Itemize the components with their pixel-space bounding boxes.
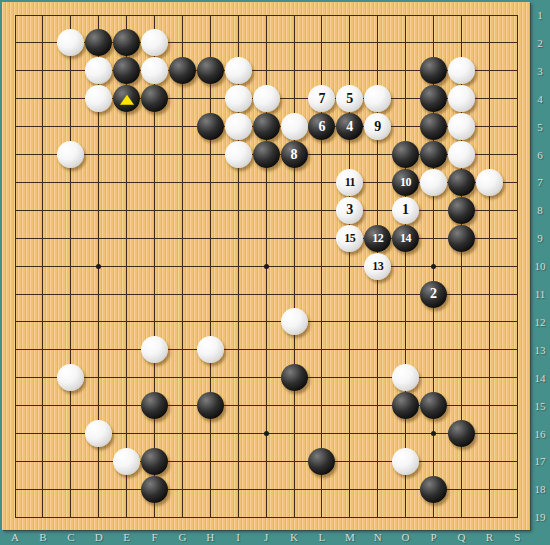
stone-black bbox=[308, 448, 335, 475]
triangle-mark bbox=[120, 94, 134, 104]
stone-white: 1 bbox=[392, 197, 419, 224]
stone-black bbox=[113, 85, 140, 112]
move-number: 14 bbox=[400, 232, 411, 244]
stone-black bbox=[392, 392, 419, 419]
move-number: 9 bbox=[374, 119, 381, 133]
stone-black bbox=[253, 141, 280, 168]
stone-black: 14 bbox=[392, 225, 419, 252]
move-number: 12 bbox=[372, 232, 383, 244]
stone-white bbox=[85, 420, 112, 447]
column-label: H bbox=[200, 530, 220, 545]
row-label: 4 bbox=[531, 92, 549, 106]
stone-white bbox=[253, 85, 280, 112]
stone-black bbox=[420, 392, 447, 419]
stone-white bbox=[281, 308, 308, 335]
stone-black: 12 bbox=[364, 225, 391, 252]
row-label: 10 bbox=[531, 259, 549, 273]
stone-white bbox=[141, 57, 168, 84]
star-point bbox=[431, 264, 436, 269]
stone-white bbox=[225, 113, 252, 140]
stone-black: 8 bbox=[281, 141, 308, 168]
stone-white bbox=[364, 85, 391, 112]
stone-black: 4 bbox=[336, 113, 363, 140]
grid-line-horizontal bbox=[15, 517, 518, 518]
star-point bbox=[264, 431, 269, 436]
column-label: I bbox=[228, 530, 248, 545]
stone-white: 13 bbox=[364, 253, 391, 280]
row-label: 3 bbox=[531, 64, 549, 78]
stone-white bbox=[392, 364, 419, 391]
row-label: 16 bbox=[531, 427, 549, 441]
row-label: 19 bbox=[531, 510, 549, 524]
stone-white: 9 bbox=[364, 113, 391, 140]
stone-white bbox=[225, 57, 252, 84]
grid-line-vertical bbox=[405, 15, 406, 518]
stone-white: 3 bbox=[336, 197, 363, 224]
stone-black bbox=[85, 29, 112, 56]
column-label: C bbox=[61, 530, 81, 545]
stone-white: 5 bbox=[336, 85, 363, 112]
column-label: L bbox=[312, 530, 332, 545]
column-label: A bbox=[5, 530, 25, 545]
grid-line-horizontal bbox=[15, 321, 518, 322]
stone-black bbox=[253, 113, 280, 140]
row-label: 12 bbox=[531, 315, 549, 329]
stone-black bbox=[420, 141, 447, 168]
move-number: 6 bbox=[318, 119, 325, 133]
move-number: 5 bbox=[346, 91, 353, 105]
stone-black: 2 bbox=[420, 281, 447, 308]
stone-black bbox=[169, 57, 196, 84]
star-point bbox=[431, 431, 436, 436]
row-label: 8 bbox=[531, 203, 549, 217]
column-label: M bbox=[340, 530, 360, 545]
row-label: 9 bbox=[531, 231, 549, 245]
stone-white bbox=[448, 57, 475, 84]
column-label: P bbox=[424, 530, 444, 545]
stone-black bbox=[420, 476, 447, 503]
stone-black: 6 bbox=[308, 113, 335, 140]
grid-line-vertical bbox=[489, 15, 490, 518]
stone-black bbox=[420, 85, 447, 112]
stone-white bbox=[57, 141, 84, 168]
stone-white: 15 bbox=[336, 225, 363, 252]
move-number: 3 bbox=[346, 203, 353, 217]
stone-white bbox=[448, 113, 475, 140]
star-point bbox=[96, 264, 101, 269]
column-label: Q bbox=[451, 530, 471, 545]
stone-white bbox=[113, 448, 140, 475]
stone-black bbox=[420, 113, 447, 140]
grid-line-horizontal bbox=[15, 461, 518, 462]
column-label: R bbox=[479, 530, 499, 545]
column-label: O bbox=[396, 530, 416, 545]
column-label: S bbox=[507, 530, 527, 545]
move-number: 15 bbox=[344, 232, 355, 244]
row-label: 11 bbox=[531, 287, 549, 301]
move-number: 2 bbox=[430, 287, 437, 301]
stone-black: 10 bbox=[392, 169, 419, 196]
grid-line-vertical bbox=[517, 15, 518, 518]
stone-white bbox=[225, 141, 252, 168]
column-label: K bbox=[284, 530, 304, 545]
stone-white bbox=[197, 336, 224, 363]
stone-white bbox=[448, 85, 475, 112]
move-number: 8 bbox=[291, 147, 298, 161]
column-label: D bbox=[89, 530, 109, 545]
stone-black bbox=[197, 57, 224, 84]
stone-black bbox=[113, 57, 140, 84]
column-label: F bbox=[145, 530, 165, 545]
column-label: N bbox=[368, 530, 388, 545]
stone-white bbox=[141, 29, 168, 56]
grid-line-horizontal bbox=[15, 377, 518, 378]
move-number: 4 bbox=[346, 119, 353, 133]
star-point bbox=[264, 264, 269, 269]
stone-white bbox=[57, 29, 84, 56]
column-label: E bbox=[117, 530, 137, 545]
stone-black bbox=[448, 169, 475, 196]
move-number: 11 bbox=[345, 176, 355, 188]
row-label: 6 bbox=[531, 148, 549, 162]
stone-black bbox=[113, 29, 140, 56]
row-label: 14 bbox=[531, 371, 549, 385]
go-diagram-screen: 756498111031151214132 ABCDEFGHIJKLMNOPQR… bbox=[0, 0, 550, 545]
stone-white bbox=[85, 85, 112, 112]
move-number: 1 bbox=[402, 203, 409, 217]
row-label: 13 bbox=[531, 343, 549, 357]
row-label: 17 bbox=[531, 454, 549, 468]
grid-line-horizontal bbox=[15, 349, 518, 350]
stone-black bbox=[141, 476, 168, 503]
stone-white: 11 bbox=[336, 169, 363, 196]
move-number: 10 bbox=[400, 176, 411, 188]
stone-white bbox=[281, 113, 308, 140]
stone-black bbox=[141, 448, 168, 475]
stone-white bbox=[448, 141, 475, 168]
stone-black bbox=[448, 225, 475, 252]
stone-black bbox=[448, 197, 475, 224]
stone-black bbox=[420, 57, 447, 84]
stone-white: 7 bbox=[308, 85, 335, 112]
stone-black bbox=[392, 141, 419, 168]
row-label: 5 bbox=[531, 120, 549, 134]
grid-line-vertical bbox=[294, 15, 295, 518]
column-label: B bbox=[33, 530, 53, 545]
move-number: 13 bbox=[372, 260, 383, 272]
row-label: 15 bbox=[531, 399, 549, 413]
stone-white bbox=[141, 336, 168, 363]
stone-white bbox=[85, 57, 112, 84]
go-board[interactable]: 756498111031151214132 bbox=[2, 2, 530, 530]
column-label: G bbox=[172, 530, 192, 545]
row-label: 2 bbox=[531, 36, 549, 50]
stone-black bbox=[448, 420, 475, 447]
column-label: J bbox=[256, 530, 276, 545]
row-label: 1 bbox=[531, 8, 549, 22]
stone-white bbox=[57, 364, 84, 391]
stone-black bbox=[141, 85, 168, 112]
row-label: 18 bbox=[531, 482, 549, 496]
stone-white bbox=[476, 169, 503, 196]
stone-black bbox=[141, 392, 168, 419]
row-label: 7 bbox=[531, 175, 549, 189]
move-number: 7 bbox=[318, 91, 325, 105]
stone-white bbox=[420, 169, 447, 196]
stone-black bbox=[281, 364, 308, 391]
stone-white bbox=[392, 448, 419, 475]
stone-black bbox=[197, 113, 224, 140]
stone-white bbox=[225, 85, 252, 112]
stone-black bbox=[197, 392, 224, 419]
